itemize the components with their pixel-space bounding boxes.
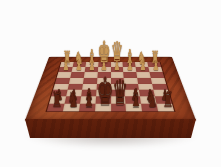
- square-d8[interactable]: [111, 104, 127, 112]
- square-a8[interactable]: [157, 104, 175, 112]
- square-e7[interactable]: [95, 97, 110, 104]
- square-f6[interactable]: [81, 90, 96, 97]
- square-a6[interactable]: [154, 90, 170, 97]
- square-f7[interactable]: [80, 97, 96, 104]
- square-g6[interactable]: [66, 90, 82, 97]
- square-d6[interactable]: [111, 90, 126, 97]
- square-e8[interactable]: [95, 104, 111, 112]
- square-b6[interactable]: [139, 90, 155, 97]
- square-b8[interactable]: [141, 104, 158, 112]
- board-grid: [47, 62, 174, 111]
- square-g8[interactable]: [63, 104, 80, 112]
- square-c8[interactable]: [126, 104, 143, 112]
- square-g7[interactable]: [64, 97, 80, 104]
- square-e6[interactable]: [96, 90, 111, 97]
- square-c7[interactable]: [125, 97, 141, 104]
- square-d7[interactable]: [111, 97, 126, 104]
- chess-board: [25, 57, 197, 121]
- square-f8[interactable]: [79, 104, 96, 112]
- chess-product-photo: ♜♞♝♚♛♝♞♜♟♟♟♟♟♟♟♟♟♟♟♟♟♟♟♟♜♞♝♚♛♝♞♜: [0, 0, 221, 167]
- square-c6[interactable]: [125, 90, 140, 97]
- square-a7[interactable]: [155, 97, 172, 104]
- square-b7[interactable]: [140, 97, 156, 104]
